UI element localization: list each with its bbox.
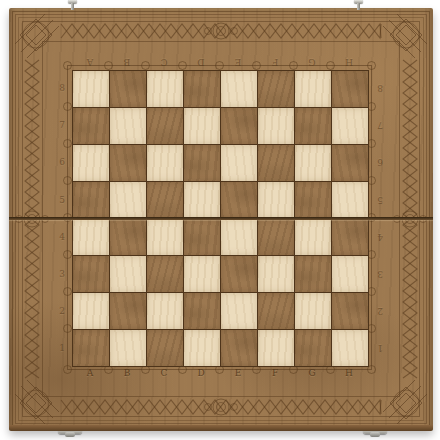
square-f7[interactable] [258,108,294,144]
square-a8[interactable] [73,71,109,107]
rank-label-left-2: 2 [52,305,72,317]
rank-label-right-5: 5 [370,194,390,206]
rank-label-left-1: 1 [52,342,72,354]
rank-label-left-7: 7 [52,119,72,131]
square-d5[interactable] [184,182,220,218]
rank-label-left-8: 8 [52,82,72,94]
square-g8[interactable] [295,71,331,107]
square-a3[interactable] [73,256,109,292]
square-f4[interactable] [258,219,294,255]
square-a6[interactable] [73,145,109,181]
square-f8[interactable] [258,71,294,107]
square-c8[interactable] [147,71,183,107]
square-g6[interactable] [295,145,331,181]
square-a5[interactable] [73,182,109,218]
square-e1[interactable] [221,330,257,366]
square-h6[interactable] [332,145,368,181]
square-c1[interactable] [147,330,183,366]
square-b6[interactable] [110,145,146,181]
square-e4[interactable] [221,219,257,255]
square-d1[interactable] [184,330,220,366]
square-e2[interactable] [221,293,257,329]
rank-label-left-6: 6 [52,156,72,168]
square-g2[interactable] [295,293,331,329]
file-label-bottom-g: G [302,367,322,379]
square-e8[interactable] [221,71,257,107]
square-e5[interactable] [221,182,257,218]
square-d2[interactable] [184,293,220,329]
file-label-bottom-c: C [154,367,174,379]
square-b8[interactable] [110,71,146,107]
rank-label-right-3: 3 [370,268,390,280]
hinge-pin-left-icon [68,0,77,10]
square-h7[interactable] [332,108,368,144]
square-g1[interactable] [295,330,331,366]
square-f1[interactable] [258,330,294,366]
square-a7[interactable] [73,108,109,144]
square-h3[interactable] [332,256,368,292]
rank-label-right-7: 7 [370,119,390,131]
file-label-top-d: D [191,56,211,68]
chess-board-box: AA88BB77CC66DD55EE44FF33GG22HH11 [9,8,433,430]
square-h8[interactable] [332,71,368,107]
square-d8[interactable] [184,71,220,107]
square-d3[interactable] [184,256,220,292]
square-c6[interactable] [147,145,183,181]
square-g4[interactable] [295,219,331,255]
hinge-pin-right-icon [354,0,363,10]
file-label-top-f: F [265,56,285,68]
rank-label-right-6: 6 [370,156,390,168]
square-a1[interactable] [73,330,109,366]
square-f2[interactable] [258,293,294,329]
rank-label-right-8: 8 [370,82,390,94]
file-label-bottom-d: D [191,367,211,379]
square-b5[interactable] [110,182,146,218]
square-h2[interactable] [332,293,368,329]
file-label-top-a: A [80,56,100,68]
square-h1[interactable] [332,330,368,366]
square-d4[interactable] [184,219,220,255]
square-b3[interactable] [110,256,146,292]
rank-label-right-2: 2 [370,305,390,317]
square-d6[interactable] [184,145,220,181]
file-label-bottom-b: B [117,367,137,379]
file-label-top-h: H [339,56,359,68]
photo-stage: AA88BB77CC66DD55EE44FF33GG22HH11 [0,0,440,440]
square-a4[interactable] [73,219,109,255]
square-b1[interactable] [110,330,146,366]
rank-label-right-1: 1 [370,342,390,354]
square-c5[interactable] [147,182,183,218]
latch-clasp-left-icon [58,428,82,437]
square-c4[interactable] [147,219,183,255]
square-c3[interactable] [147,256,183,292]
square-e6[interactable] [221,145,257,181]
file-label-top-e: E [228,56,248,68]
latch-clasp-right-icon [363,428,387,437]
fold-seam [9,217,433,220]
square-g5[interactable] [295,182,331,218]
square-f5[interactable] [258,182,294,218]
square-b4[interactable] [110,219,146,255]
square-c2[interactable] [147,293,183,329]
square-b2[interactable] [110,293,146,329]
square-f3[interactable] [258,256,294,292]
rank-label-left-5: 5 [52,194,72,206]
rank-label-left-3: 3 [52,268,72,280]
file-label-top-g: G [302,56,322,68]
square-g3[interactable] [295,256,331,292]
square-b7[interactable] [110,108,146,144]
file-label-bottom-f: F [265,367,285,379]
square-d7[interactable] [184,108,220,144]
square-a2[interactable] [73,293,109,329]
square-e7[interactable] [221,108,257,144]
square-h4[interactable] [332,219,368,255]
square-g7[interactable] [295,108,331,144]
square-f6[interactable] [258,145,294,181]
rank-label-left-4: 4 [52,231,72,243]
rank-label-right-4: 4 [370,231,390,243]
square-c7[interactable] [147,108,183,144]
file-label-bottom-a: A [80,367,100,379]
file-label-top-b: B [117,56,137,68]
square-h5[interactable] [332,182,368,218]
file-label-bottom-e: E [228,367,248,379]
file-label-bottom-h: H [339,367,359,379]
file-label-top-c: C [154,56,174,68]
square-e3[interactable] [221,256,257,292]
